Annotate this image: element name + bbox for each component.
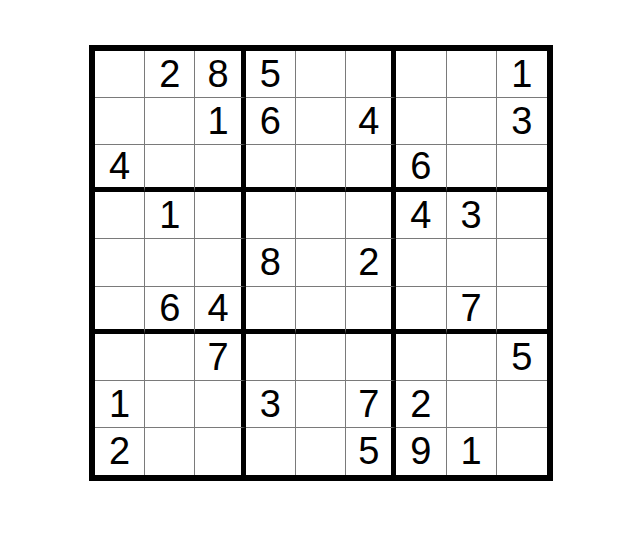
cell-r1c1[interactable] [95, 51, 145, 98]
cell-r3c4[interactable] [246, 145, 296, 192]
cell-r7c6[interactable] [346, 334, 396, 381]
cell-r3c1[interactable]: 4 [95, 145, 145, 192]
cell-r5c7[interactable] [396, 239, 446, 286]
cell-r7c3[interactable]: 7 [195, 334, 245, 381]
cell-r2c8[interactable] [447, 98, 497, 145]
cell-r7c8[interactable] [447, 334, 497, 381]
cell-r2c3[interactable]: 1 [195, 98, 245, 145]
cell-r6c4[interactable] [246, 287, 296, 334]
cell-r6c5[interactable] [296, 287, 346, 334]
cell-r2c1[interactable] [95, 98, 145, 145]
cell-r7c4[interactable] [246, 334, 296, 381]
cell-r8c3[interactable] [195, 381, 245, 428]
cell-r2c4[interactable]: 6 [246, 98, 296, 145]
cell-r7c5[interactable] [296, 334, 346, 381]
cell-r1c9[interactable]: 1 [497, 51, 547, 98]
cell-r5c5[interactable] [296, 239, 346, 286]
cell-r8c1[interactable]: 1 [95, 381, 145, 428]
cell-r5c6[interactable]: 2 [346, 239, 396, 286]
cell-r1c4[interactable]: 5 [246, 51, 296, 98]
cell-r4c6[interactable] [346, 192, 396, 239]
cell-r6c8[interactable]: 7 [447, 287, 497, 334]
cell-r9c1[interactable]: 2 [95, 428, 145, 475]
cell-r2c6[interactable]: 4 [346, 98, 396, 145]
cell-r9c7[interactable]: 9 [396, 428, 446, 475]
cell-r8c5[interactable] [296, 381, 346, 428]
cell-r1c2[interactable]: 2 [145, 51, 195, 98]
cell-r8c9[interactable] [497, 381, 547, 428]
cell-r6c7[interactable] [396, 287, 446, 334]
cell-r5c8[interactable] [447, 239, 497, 286]
cell-r4c8[interactable]: 3 [447, 192, 497, 239]
page-background: 2851164346143826477513722591 [0, 0, 640, 540]
cell-r4c1[interactable] [95, 192, 145, 239]
cell-r6c2[interactable]: 6 [145, 287, 195, 334]
cell-r5c9[interactable] [497, 239, 547, 286]
cell-r6c1[interactable] [95, 287, 145, 334]
cell-r3c3[interactable] [195, 145, 245, 192]
cell-r7c2[interactable] [145, 334, 195, 381]
cell-r9c3[interactable] [195, 428, 245, 475]
cell-r9c5[interactable] [296, 428, 346, 475]
cell-r4c7[interactable]: 4 [396, 192, 446, 239]
cell-r8c4[interactable]: 3 [246, 381, 296, 428]
cell-r4c4[interactable] [246, 192, 296, 239]
cell-r1c8[interactable] [447, 51, 497, 98]
cell-r7c9[interactable]: 5 [497, 334, 547, 381]
cell-r3c6[interactable] [346, 145, 396, 192]
cell-r9c9[interactable] [497, 428, 547, 475]
cell-r3c9[interactable] [497, 145, 547, 192]
cell-r9c4[interactable] [246, 428, 296, 475]
cell-r2c2[interactable] [145, 98, 195, 145]
cell-r9c6[interactable]: 5 [346, 428, 396, 475]
cell-r4c9[interactable] [497, 192, 547, 239]
cell-r1c6[interactable] [346, 51, 396, 98]
cell-r5c3[interactable] [195, 239, 245, 286]
cell-r1c5[interactable] [296, 51, 346, 98]
cell-r5c2[interactable] [145, 239, 195, 286]
cell-r9c8[interactable]: 1 [447, 428, 497, 475]
cell-r3c5[interactable] [296, 145, 346, 192]
cell-r1c7[interactable] [396, 51, 446, 98]
cell-r4c5[interactable] [296, 192, 346, 239]
cell-r6c6[interactable] [346, 287, 396, 334]
cell-r7c1[interactable] [95, 334, 145, 381]
cell-r5c4[interactable]: 8 [246, 239, 296, 286]
cell-r6c9[interactable] [497, 287, 547, 334]
cell-r8c7[interactable]: 2 [396, 381, 446, 428]
cell-r4c3[interactable] [195, 192, 245, 239]
cell-r3c8[interactable] [447, 145, 497, 192]
cell-r6c3[interactable]: 4 [195, 287, 245, 334]
cell-r8c8[interactable] [447, 381, 497, 428]
cell-r2c5[interactable] [296, 98, 346, 145]
cell-r7c7[interactable] [396, 334, 446, 381]
cell-r8c2[interactable] [145, 381, 195, 428]
sudoku-board: 2851164346143826477513722591 [89, 45, 553, 481]
cell-r5c1[interactable] [95, 239, 145, 286]
cell-r2c7[interactable] [396, 98, 446, 145]
cell-r9c2[interactable] [145, 428, 195, 475]
cell-r4c2[interactable]: 1 [145, 192, 195, 239]
cell-r3c2[interactable] [145, 145, 195, 192]
cell-r8c6[interactable]: 7 [346, 381, 396, 428]
cell-r2c9[interactable]: 3 [497, 98, 547, 145]
cell-r1c3[interactable]: 8 [195, 51, 245, 98]
cell-r3c7[interactable]: 6 [396, 145, 446, 192]
